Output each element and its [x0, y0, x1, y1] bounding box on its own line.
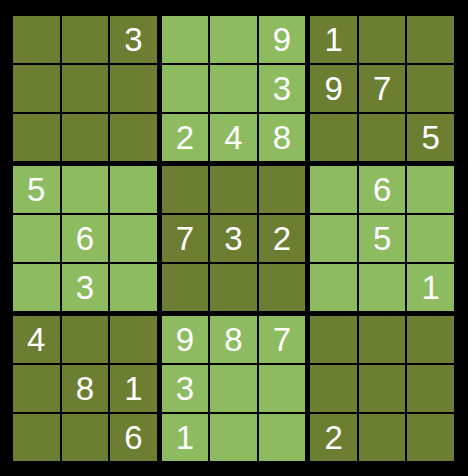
sudoku-cell-r8c9[interactable]: [407, 365, 454, 412]
sudoku-cell-r8c8[interactable]: [359, 365, 406, 412]
sudoku-box-1-3: 1975: [310, 16, 454, 161]
sudoku-cell-r1c5[interactable]: [210, 16, 257, 63]
sudoku-cell-r1c2[interactable]: [62, 16, 109, 63]
sudoku-cell-r6c2[interactable]: 3: [62, 264, 109, 311]
sudoku-cell-r3c2[interactable]: [62, 114, 109, 161]
sudoku-cell-r5c6[interactable]: 2: [259, 215, 306, 262]
sudoku-cell-r3c3[interactable]: [110, 114, 157, 161]
sudoku-cell-r5c9[interactable]: [407, 215, 454, 262]
sudoku-cell-r9c5[interactable]: [210, 414, 257, 461]
sudoku-cell-r5c8[interactable]: 5: [359, 215, 406, 262]
sudoku-cell-r6c5[interactable]: [210, 264, 257, 311]
sudoku-cell-r7c1[interactable]: 4: [13, 316, 60, 363]
sudoku-cell-r6c8[interactable]: [359, 264, 406, 311]
sudoku-cell-r5c5[interactable]: 3: [210, 215, 257, 262]
sudoku-cell-r3c9[interactable]: 5: [407, 114, 454, 161]
sudoku-cell-r9c6[interactable]: [259, 414, 306, 461]
sudoku-cell-r8c5[interactable]: [210, 365, 257, 412]
sudoku-cell-r4c1[interactable]: 5: [13, 166, 60, 213]
sudoku-cell-r3c4[interactable]: 2: [162, 114, 209, 161]
sudoku-cell-r3c7[interactable]: [310, 114, 357, 161]
sudoku-cell-r6c6[interactable]: [259, 264, 306, 311]
sudoku-cell-r2c5[interactable]: [210, 65, 257, 112]
sudoku-cell-r8c2[interactable]: 8: [62, 365, 109, 412]
sudoku-cell-r7c9[interactable]: [407, 316, 454, 363]
sudoku-cell-r4c8[interactable]: 6: [359, 166, 406, 213]
sudoku-box-3-2: 98731: [162, 316, 306, 461]
sudoku-cell-r1c8[interactable]: [359, 16, 406, 63]
sudoku-box-2-2: 732: [162, 166, 306, 311]
sudoku-cell-r5c2[interactable]: 6: [62, 215, 109, 262]
sudoku-box-3-3: 2: [310, 316, 454, 461]
sudoku-cell-r8c4[interactable]: 3: [162, 365, 209, 412]
sudoku-cell-r3c6[interactable]: 8: [259, 114, 306, 161]
sudoku-cell-r4c6[interactable]: [259, 166, 306, 213]
sudoku-cell-r6c7[interactable]: [310, 264, 357, 311]
sudoku-cell-r9c7[interactable]: 2: [310, 414, 357, 461]
page-background: { "game": "sudoku", "position": { "rows"…: [0, 0, 468, 476]
sudoku-cell-r1c9[interactable]: [407, 16, 454, 63]
sudoku-cell-r5c4[interactable]: 7: [162, 215, 209, 262]
sudoku-cell-r1c7[interactable]: 1: [310, 16, 357, 63]
sudoku-cell-r7c3[interactable]: [110, 316, 157, 363]
sudoku-cell-r6c9[interactable]: 1: [407, 264, 454, 311]
sudoku-cell-r7c2[interactable]: [62, 316, 109, 363]
sudoku-cell-r7c4[interactable]: 9: [162, 316, 209, 363]
sudoku-cell-r7c6[interactable]: 7: [259, 316, 306, 363]
sudoku-cell-r2c6[interactable]: 3: [259, 65, 306, 112]
sudoku-cell-r3c8[interactable]: [359, 114, 406, 161]
sudoku-cell-r4c3[interactable]: [110, 166, 157, 213]
sudoku-board: 39324819755637326514816987312: [13, 16, 454, 461]
sudoku-cell-r6c1[interactable]: [13, 264, 60, 311]
sudoku-cell-r3c1[interactable]: [13, 114, 60, 161]
sudoku-cell-r2c3[interactable]: [110, 65, 157, 112]
sudoku-cell-r5c1[interactable]: [13, 215, 60, 262]
sudoku-cell-r2c9[interactable]: [407, 65, 454, 112]
sudoku-cell-r4c5[interactable]: [210, 166, 257, 213]
sudoku-cell-r9c4[interactable]: 1: [162, 414, 209, 461]
sudoku-cell-r4c2[interactable]: [62, 166, 109, 213]
sudoku-cell-r5c3[interactable]: [110, 215, 157, 262]
sudoku-box-2-1: 563: [13, 166, 157, 311]
sudoku-cell-r7c5[interactable]: 8: [210, 316, 257, 363]
sudoku-cell-r5c7[interactable]: [310, 215, 357, 262]
sudoku-cell-r9c2[interactable]: [62, 414, 109, 461]
sudoku-cell-r6c3[interactable]: [110, 264, 157, 311]
sudoku-box-2-3: 651: [310, 166, 454, 311]
sudoku-cell-r2c8[interactable]: 7: [359, 65, 406, 112]
sudoku-cell-r9c8[interactable]: [359, 414, 406, 461]
sudoku-cell-r6c4[interactable]: [162, 264, 209, 311]
sudoku-cell-r9c3[interactable]: 6: [110, 414, 157, 461]
sudoku-cell-r1c3[interactable]: 3: [110, 16, 157, 63]
sudoku-box-3-1: 4816: [13, 316, 157, 461]
sudoku-cell-r2c4[interactable]: [162, 65, 209, 112]
sudoku-cell-r8c3[interactable]: 1: [110, 365, 157, 412]
sudoku-cell-r1c4[interactable]: [162, 16, 209, 63]
sudoku-cell-r7c8[interactable]: [359, 316, 406, 363]
sudoku-cell-r8c7[interactable]: [310, 365, 357, 412]
sudoku-cell-r4c4[interactable]: [162, 166, 209, 213]
sudoku-box-1-1: 3: [13, 16, 157, 161]
sudoku-box-1-2: 93248: [162, 16, 306, 161]
sudoku-cell-r4c9[interactable]: [407, 166, 454, 213]
sudoku-cell-r7c7[interactable]: [310, 316, 357, 363]
sudoku-cell-r2c1[interactable]: [13, 65, 60, 112]
sudoku-cell-r2c7[interactable]: 9: [310, 65, 357, 112]
sudoku-cell-r9c1[interactable]: [13, 414, 60, 461]
sudoku-cell-r8c6[interactable]: [259, 365, 306, 412]
sudoku-cell-r1c6[interactable]: 9: [259, 16, 306, 63]
sudoku-cell-r8c1[interactable]: [13, 365, 60, 412]
sudoku-cell-r2c2[interactable]: [62, 65, 109, 112]
sudoku-cell-r1c1[interactable]: [13, 16, 60, 63]
sudoku-cell-r4c7[interactable]: [310, 166, 357, 213]
sudoku-cell-r9c9[interactable]: [407, 414, 454, 461]
sudoku-cell-r3c5[interactable]: 4: [210, 114, 257, 161]
